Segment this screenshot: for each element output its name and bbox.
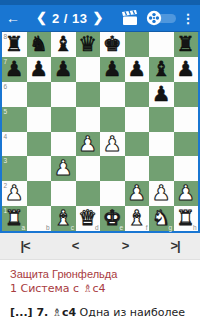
square-f1[interactable]: f♝ bbox=[125, 206, 150, 231]
black-rook-h8: ♜ bbox=[174, 32, 199, 57]
chess-board[interactable]: 8♜♞♝♛♚♜7♟♟♟♟♟♝♟6♟54♟♟3♟2♟♟♟♟1a♜bc♝d♛e♚f♝… bbox=[2, 32, 198, 231]
overflow-menu-icon[interactable]: ⋮ bbox=[182, 5, 194, 31]
square-c5[interactable] bbox=[51, 107, 76, 132]
square-h1[interactable]: h♜ bbox=[174, 206, 199, 231]
square-g5[interactable] bbox=[149, 107, 174, 132]
first-move-button[interactable]: |< bbox=[0, 233, 50, 259]
pager-next-icon[interactable]: ❯ bbox=[92, 5, 103, 31]
black-queen-d8: ♛ bbox=[76, 32, 101, 57]
square-b8[interactable]: ♞ bbox=[27, 32, 52, 57]
opening-title: Защита Грюнфельда bbox=[10, 267, 190, 282]
square-d6[interactable] bbox=[76, 82, 101, 107]
pager-counter: 2 / 13 bbox=[52, 11, 88, 26]
square-e6[interactable] bbox=[100, 82, 125, 107]
app-window: ← ❮ 2 / 13 ❯ bbox=[0, 0, 200, 317]
white-bishop-c1: ♝ bbox=[51, 206, 76, 231]
square-f8[interactable] bbox=[125, 32, 150, 57]
rank-label: 2 bbox=[4, 182, 8, 189]
square-c6[interactable] bbox=[51, 82, 76, 107]
square-b6[interactable] bbox=[27, 82, 52, 107]
square-f2[interactable]: ♟ bbox=[125, 181, 150, 206]
square-b5[interactable] bbox=[27, 107, 52, 132]
variation-title: 1 Система с ♗c4 bbox=[10, 282, 190, 297]
white-pawn-g2: ♟ bbox=[149, 181, 174, 206]
black-bishop-g7: ♝ bbox=[149, 57, 174, 82]
rank-label: 1 bbox=[4, 207, 8, 214]
square-a4[interactable]: 4 bbox=[2, 132, 27, 157]
square-e1[interactable]: e♚ bbox=[100, 206, 125, 231]
square-b1[interactable]: b bbox=[27, 206, 52, 231]
square-f7[interactable]: ♟ bbox=[125, 57, 150, 82]
square-h5[interactable] bbox=[174, 107, 199, 132]
chess-board-frame: 8♜♞♝♛♚♜7♟♟♟♟♟♝♟6♟54♟♟3♟2♟♟♟♟1a♜bc♝d♛e♚f♝… bbox=[0, 31, 200, 233]
back-arrow-icon[interactable]: ← bbox=[6, 5, 24, 31]
square-d5[interactable] bbox=[76, 107, 101, 132]
square-g4[interactable] bbox=[149, 132, 174, 157]
white-pawn-e4: ♟ bbox=[100, 132, 125, 157]
square-a8[interactable]: 8♜ bbox=[2, 32, 27, 57]
square-e2[interactable] bbox=[100, 181, 125, 206]
square-c3[interactable]: ♟ bbox=[51, 156, 76, 181]
square-c7[interactable]: ♟ bbox=[51, 57, 76, 82]
square-a6[interactable]: 6 bbox=[2, 82, 27, 107]
square-h7[interactable]: ♟ bbox=[174, 57, 199, 82]
rank-label: 5 bbox=[4, 108, 8, 115]
move-navigation-bar: |< < > >| bbox=[0, 233, 200, 260]
black-pawn-h7: ♟ bbox=[174, 57, 199, 82]
square-f6[interactable] bbox=[125, 82, 150, 107]
square-a7[interactable]: 7♟ bbox=[2, 57, 27, 82]
black-pawn-e7: ♟ bbox=[100, 57, 125, 82]
film-reel-toggle[interactable] bbox=[146, 10, 178, 26]
rank-label: 4 bbox=[4, 133, 8, 140]
square-g3[interactable] bbox=[149, 156, 174, 181]
square-e8[interactable]: ♚ bbox=[100, 32, 125, 57]
white-pawn-f2: ♟ bbox=[125, 181, 150, 206]
square-h2[interactable]: ♟ bbox=[174, 181, 199, 206]
move-number: [...] 7. ♗c4 bbox=[10, 306, 76, 317]
square-a2[interactable]: 2♟ bbox=[2, 181, 27, 206]
square-d4[interactable]: ♟ bbox=[76, 132, 101, 157]
square-g1[interactable]: g♞ bbox=[149, 206, 174, 231]
square-a1[interactable]: 1a♜ bbox=[2, 206, 27, 231]
square-b7[interactable]: ♟ bbox=[27, 57, 52, 82]
black-pawn-g6: ♟ bbox=[149, 82, 174, 107]
rank-label: 3 bbox=[4, 157, 8, 164]
square-h6[interactable] bbox=[174, 82, 199, 107]
black-knight-b8: ♞ bbox=[27, 32, 52, 57]
square-h3[interactable] bbox=[174, 156, 199, 181]
square-h4[interactable] bbox=[174, 132, 199, 157]
white-bishop-f1: ♝ bbox=[125, 206, 150, 231]
white-pawn-a2: ♟ bbox=[2, 181, 27, 206]
square-a3[interactable]: 3 bbox=[2, 156, 27, 181]
white-pawn-c3: ♟ bbox=[51, 156, 76, 181]
square-e5[interactable] bbox=[100, 107, 125, 132]
white-pawn-d4: ♟ bbox=[76, 132, 101, 157]
square-e3[interactable] bbox=[100, 156, 125, 181]
square-f3[interactable] bbox=[125, 156, 150, 181]
lesson-caption: Защита Грюнфельда 1 Система с ♗c4 [...] … bbox=[0, 260, 200, 317]
black-pawn-b7: ♟ bbox=[27, 57, 52, 82]
square-e4[interactable]: ♟ bbox=[100, 132, 125, 157]
square-d3[interactable] bbox=[76, 156, 101, 181]
file-label: h bbox=[193, 224, 197, 231]
move-commentary: [...] 7. ♗c4 Одна из наиболее популярных… bbox=[10, 306, 190, 317]
square-g2[interactable]: ♟ bbox=[149, 181, 174, 206]
file-label: f bbox=[146, 224, 148, 231]
square-d2[interactable] bbox=[76, 181, 101, 206]
white-rook-h1: ♜ bbox=[174, 206, 199, 231]
square-d7[interactable] bbox=[76, 57, 101, 82]
square-b4[interactable] bbox=[27, 132, 52, 157]
rank-label: 8 bbox=[4, 33, 8, 40]
file-label: g bbox=[168, 224, 172, 231]
square-g6[interactable]: ♟ bbox=[149, 82, 174, 107]
black-rook-a8: ♜ bbox=[2, 32, 27, 57]
black-pawn-c7: ♟ bbox=[51, 57, 76, 82]
file-label: d bbox=[95, 224, 99, 231]
square-d8[interactable]: ♛ bbox=[76, 32, 101, 57]
prev-move-button[interactable]: < bbox=[50, 233, 100, 259]
square-c4[interactable] bbox=[51, 132, 76, 157]
white-knight-g1: ♞ bbox=[149, 206, 174, 231]
square-b2[interactable] bbox=[27, 181, 52, 206]
square-c2[interactable] bbox=[51, 181, 76, 206]
black-king-e8: ♚ bbox=[100, 32, 125, 57]
square-c1[interactable]: c♝ bbox=[51, 206, 76, 231]
black-pawn-a7: ♟ bbox=[2, 57, 27, 82]
next-move-button[interactable]: > bbox=[100, 233, 150, 259]
square-a5[interactable]: 5 bbox=[2, 107, 27, 132]
white-king-e1: ♚ bbox=[100, 206, 125, 231]
pager-prev-icon[interactable]: ❮ bbox=[36, 5, 47, 31]
white-queen-d1: ♛ bbox=[76, 206, 101, 231]
black-bishop-c8: ♝ bbox=[51, 32, 76, 57]
last-move-button[interactable]: >| bbox=[150, 233, 200, 259]
app-header: ← ❮ 2 / 13 ❯ bbox=[0, 5, 200, 31]
square-f5[interactable] bbox=[125, 107, 150, 132]
file-label: b bbox=[46, 224, 50, 231]
square-g8[interactable] bbox=[149, 32, 174, 57]
white-rook-a1: ♜ bbox=[2, 206, 27, 231]
square-c8[interactable]: ♝ bbox=[51, 32, 76, 57]
square-b3[interactable] bbox=[27, 156, 52, 181]
square-f4[interactable] bbox=[125, 132, 150, 157]
square-e7[interactable]: ♟ bbox=[100, 57, 125, 82]
rank-label: 6 bbox=[4, 83, 8, 90]
file-label: a bbox=[21, 224, 25, 231]
file-label: c bbox=[71, 224, 74, 231]
file-label: e bbox=[119, 224, 123, 231]
square-d1[interactable]: d♛ bbox=[76, 206, 101, 231]
square-h8[interactable]: ♜ bbox=[174, 32, 199, 57]
clapperboard-icon[interactable] bbox=[120, 5, 140, 31]
lesson-pager: ❮ 2 / 13 ❯ bbox=[36, 5, 103, 31]
rank-label: 7 bbox=[4, 58, 8, 65]
black-pawn-f7: ♟ bbox=[125, 57, 150, 82]
white-pawn-h2: ♟ bbox=[174, 181, 199, 206]
square-g7[interactable]: ♝ bbox=[149, 57, 174, 82]
